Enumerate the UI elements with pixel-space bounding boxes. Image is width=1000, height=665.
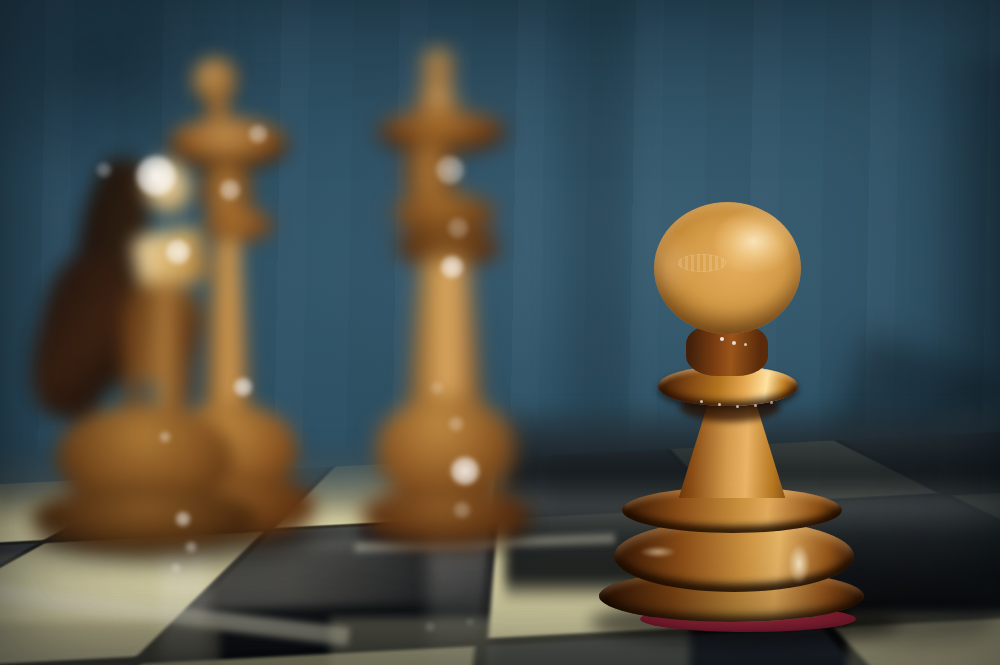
bokeh-disc bbox=[219, 179, 241, 201]
bokeh-disc bbox=[171, 563, 181, 573]
pawn-collar-sparkle bbox=[754, 404, 757, 407]
pawn-collar-sparkle bbox=[736, 405, 739, 408]
bokeh-disc bbox=[453, 501, 471, 519]
bokeh-disc bbox=[430, 381, 444, 395]
bokeh-king-collar bbox=[435, 155, 465, 185]
bokeh-board-glint bbox=[425, 622, 435, 632]
chess-photo-scene bbox=[0, 0, 1000, 665]
bokeh-disc bbox=[175, 511, 191, 527]
bokeh-disc bbox=[185, 541, 197, 553]
bokeh-board-glint bbox=[466, 618, 474, 626]
bokeh-knight-cheek bbox=[165, 239, 191, 265]
pawn-neck-sparkle bbox=[732, 341, 736, 345]
pawn-collar-sparkle bbox=[700, 400, 703, 403]
bokeh-disc bbox=[447, 217, 469, 239]
pawn-collar-sparkle bbox=[770, 401, 773, 404]
bokeh-disc bbox=[440, 255, 464, 279]
pawn-neck-sparkle bbox=[720, 337, 724, 341]
bokeh-knight-ear bbox=[135, 155, 177, 197]
pawn-head-ball bbox=[654, 202, 801, 334]
pawn-bell-gloss-drip bbox=[788, 544, 810, 584]
pawn-collar-sparkle bbox=[718, 403, 721, 406]
pawn-neck-sparkle bbox=[744, 343, 747, 346]
bokeh-disc bbox=[233, 377, 253, 397]
pawn-head-stamp bbox=[678, 254, 726, 272]
bokeh-queen-collar bbox=[248, 124, 268, 144]
bokeh-king-base bbox=[450, 456, 480, 486]
bokeh-disc bbox=[96, 162, 112, 178]
pawn-bell-gloss-left bbox=[640, 546, 676, 558]
pawn-piece bbox=[596, 192, 911, 654]
bokeh-disc bbox=[448, 416, 464, 432]
bokeh-disc bbox=[159, 431, 171, 443]
